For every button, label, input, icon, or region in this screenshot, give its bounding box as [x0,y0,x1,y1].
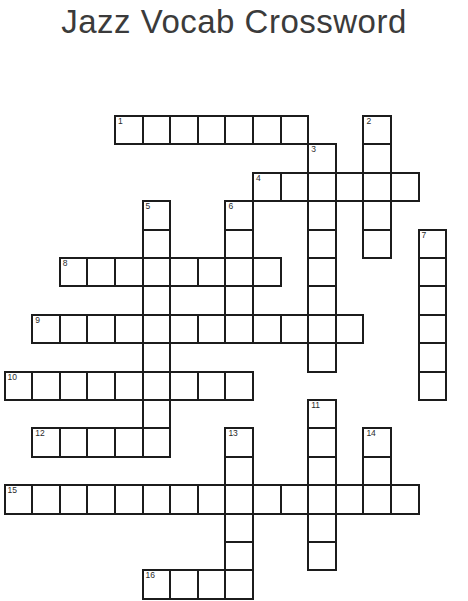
crossword-cell[interactable] [142,314,172,344]
crossword-cell[interactable]: 13 [224,427,254,457]
crossword-cell[interactable] [307,484,337,514]
crossword-cell[interactable] [31,484,61,514]
crossword-cell[interactable] [142,371,172,401]
crossword-cell[interactable]: 12 [31,427,61,457]
clue-number: 11 [311,401,320,410]
clue-number: 4 [256,174,261,183]
clue-number: 13 [228,429,237,438]
crossword-cell[interactable] [280,172,310,202]
crossword-cell[interactable] [169,115,199,145]
crossword-cell[interactable] [142,484,172,514]
clue-number: 1 [118,117,123,126]
crossword-cell[interactable] [335,484,365,514]
crossword-cell[interactable] [197,484,227,514]
crossword-cell[interactable] [307,229,337,259]
crossword-cell[interactable] [114,427,144,457]
crossword-cell[interactable] [418,342,448,372]
crossword-cell[interactable] [224,456,254,486]
crossword-cell[interactable] [224,513,254,543]
crossword-cell[interactable] [280,115,310,145]
crossword-cell[interactable]: 2 [362,115,392,145]
crossword-cell[interactable] [362,484,392,514]
crossword-grid: 12345678910111213141516 [0,0,468,601]
crossword-cell[interactable] [114,257,144,287]
crossword-cell[interactable]: 6 [224,200,254,230]
crossword-cell[interactable] [142,342,172,372]
clue-number: 12 [35,429,44,438]
clue-number: 5 [146,202,151,211]
clue-number: 7 [422,231,427,240]
crossword-cell[interactable] [224,484,254,514]
crossword-page: Jazz Vocab Crossword 1234567891011121314… [0,0,468,601]
crossword-cell[interactable] [224,115,254,145]
crossword-cell[interactable] [224,314,254,344]
crossword-cell[interactable] [114,314,144,344]
crossword-cell[interactable] [362,143,392,173]
crossword-cell[interactable] [224,285,254,315]
crossword-cell[interactable] [307,200,337,230]
crossword-cell[interactable] [307,172,337,202]
crossword-cell[interactable] [224,229,254,259]
crossword-cell[interactable] [307,257,337,287]
crossword-cell[interactable]: 3 [307,143,337,173]
clue-number: 3 [311,145,316,154]
crossword-cell[interactable] [307,456,337,486]
crossword-cell[interactable] [307,427,337,457]
crossword-cell[interactable]: 16 [142,569,172,599]
crossword-cell[interactable] [197,115,227,145]
crossword-cell[interactable] [86,371,116,401]
crossword-cell[interactable] [169,314,199,344]
crossword-cell[interactable]: 4 [252,172,282,202]
crossword-cell[interactable] [224,257,254,287]
clue-number: 8 [63,259,68,268]
crossword-cell[interactable] [86,257,116,287]
crossword-cell[interactable] [197,569,227,599]
crossword-cell[interactable] [224,371,254,401]
crossword-cell[interactable] [142,427,172,457]
crossword-cell[interactable] [418,285,448,315]
crossword-cell[interactable] [59,484,89,514]
crossword-cell[interactable]: 10 [4,371,34,401]
clue-number: 6 [228,202,233,211]
crossword-cell[interactable] [307,342,337,372]
crossword-cell[interactable] [142,399,172,429]
crossword-cell[interactable]: 14 [362,427,392,457]
crossword-cell[interactable] [418,257,448,287]
crossword-cell[interactable]: 7 [418,229,448,259]
clue-number: 2 [366,117,371,126]
crossword-cell[interactable] [362,229,392,259]
crossword-cell[interactable] [280,314,310,344]
crossword-cell[interactable] [59,371,89,401]
crossword-cell[interactable] [418,314,448,344]
crossword-cell[interactable] [142,115,172,145]
crossword-cell[interactable] [252,484,282,514]
crossword-cell[interactable] [197,371,227,401]
crossword-cell[interactable] [169,569,199,599]
crossword-cell[interactable] [86,314,116,344]
crossword-cell[interactable] [390,484,420,514]
clue-number: 10 [8,373,17,382]
crossword-cell[interactable] [307,513,337,543]
crossword-cell[interactable] [169,484,199,514]
crossword-cell[interactable] [197,257,227,287]
crossword-cell[interactable] [142,229,172,259]
crossword-cell[interactable] [197,314,227,344]
crossword-cell[interactable]: 5 [142,200,172,230]
crossword-cell[interactable] [362,200,392,230]
crossword-cell[interactable] [142,257,172,287]
clue-number: 15 [8,486,17,495]
crossword-cell[interactable] [307,285,337,315]
crossword-cell[interactable] [252,115,282,145]
crossword-cell[interactable]: 8 [59,257,89,287]
crossword-cell[interactable] [169,371,199,401]
crossword-cell[interactable]: 1 [114,115,144,145]
crossword-cell[interactable] [362,172,392,202]
crossword-cell[interactable] [280,484,310,514]
crossword-cell[interactable] [114,371,144,401]
crossword-cell[interactable] [86,427,116,457]
crossword-cell[interactable]: 15 [4,484,34,514]
clue-number: 9 [35,316,40,325]
crossword-cell[interactable]: 11 [307,399,337,429]
crossword-cell[interactable] [169,257,199,287]
clue-number: 16 [146,571,155,580]
crossword-cell[interactable] [86,484,116,514]
crossword-cell[interactable] [307,541,337,571]
crossword-cell[interactable] [307,314,337,344]
crossword-cell[interactable] [59,427,89,457]
crossword-cell[interactable] [114,484,144,514]
crossword-cell[interactable] [59,314,89,344]
crossword-cell[interactable] [362,456,392,486]
crossword-cell[interactable] [224,541,254,571]
crossword-cell[interactable] [252,257,282,287]
crossword-cell[interactable] [224,569,254,599]
crossword-cell[interactable] [418,371,448,401]
crossword-cell[interactable] [142,285,172,315]
crossword-cell[interactable] [252,314,282,344]
clue-number: 14 [366,429,375,438]
crossword-cell[interactable] [31,371,61,401]
crossword-cell[interactable] [335,314,365,344]
crossword-cell[interactable] [335,172,365,202]
crossword-cell[interactable] [390,172,420,202]
crossword-cell[interactable]: 9 [31,314,61,344]
